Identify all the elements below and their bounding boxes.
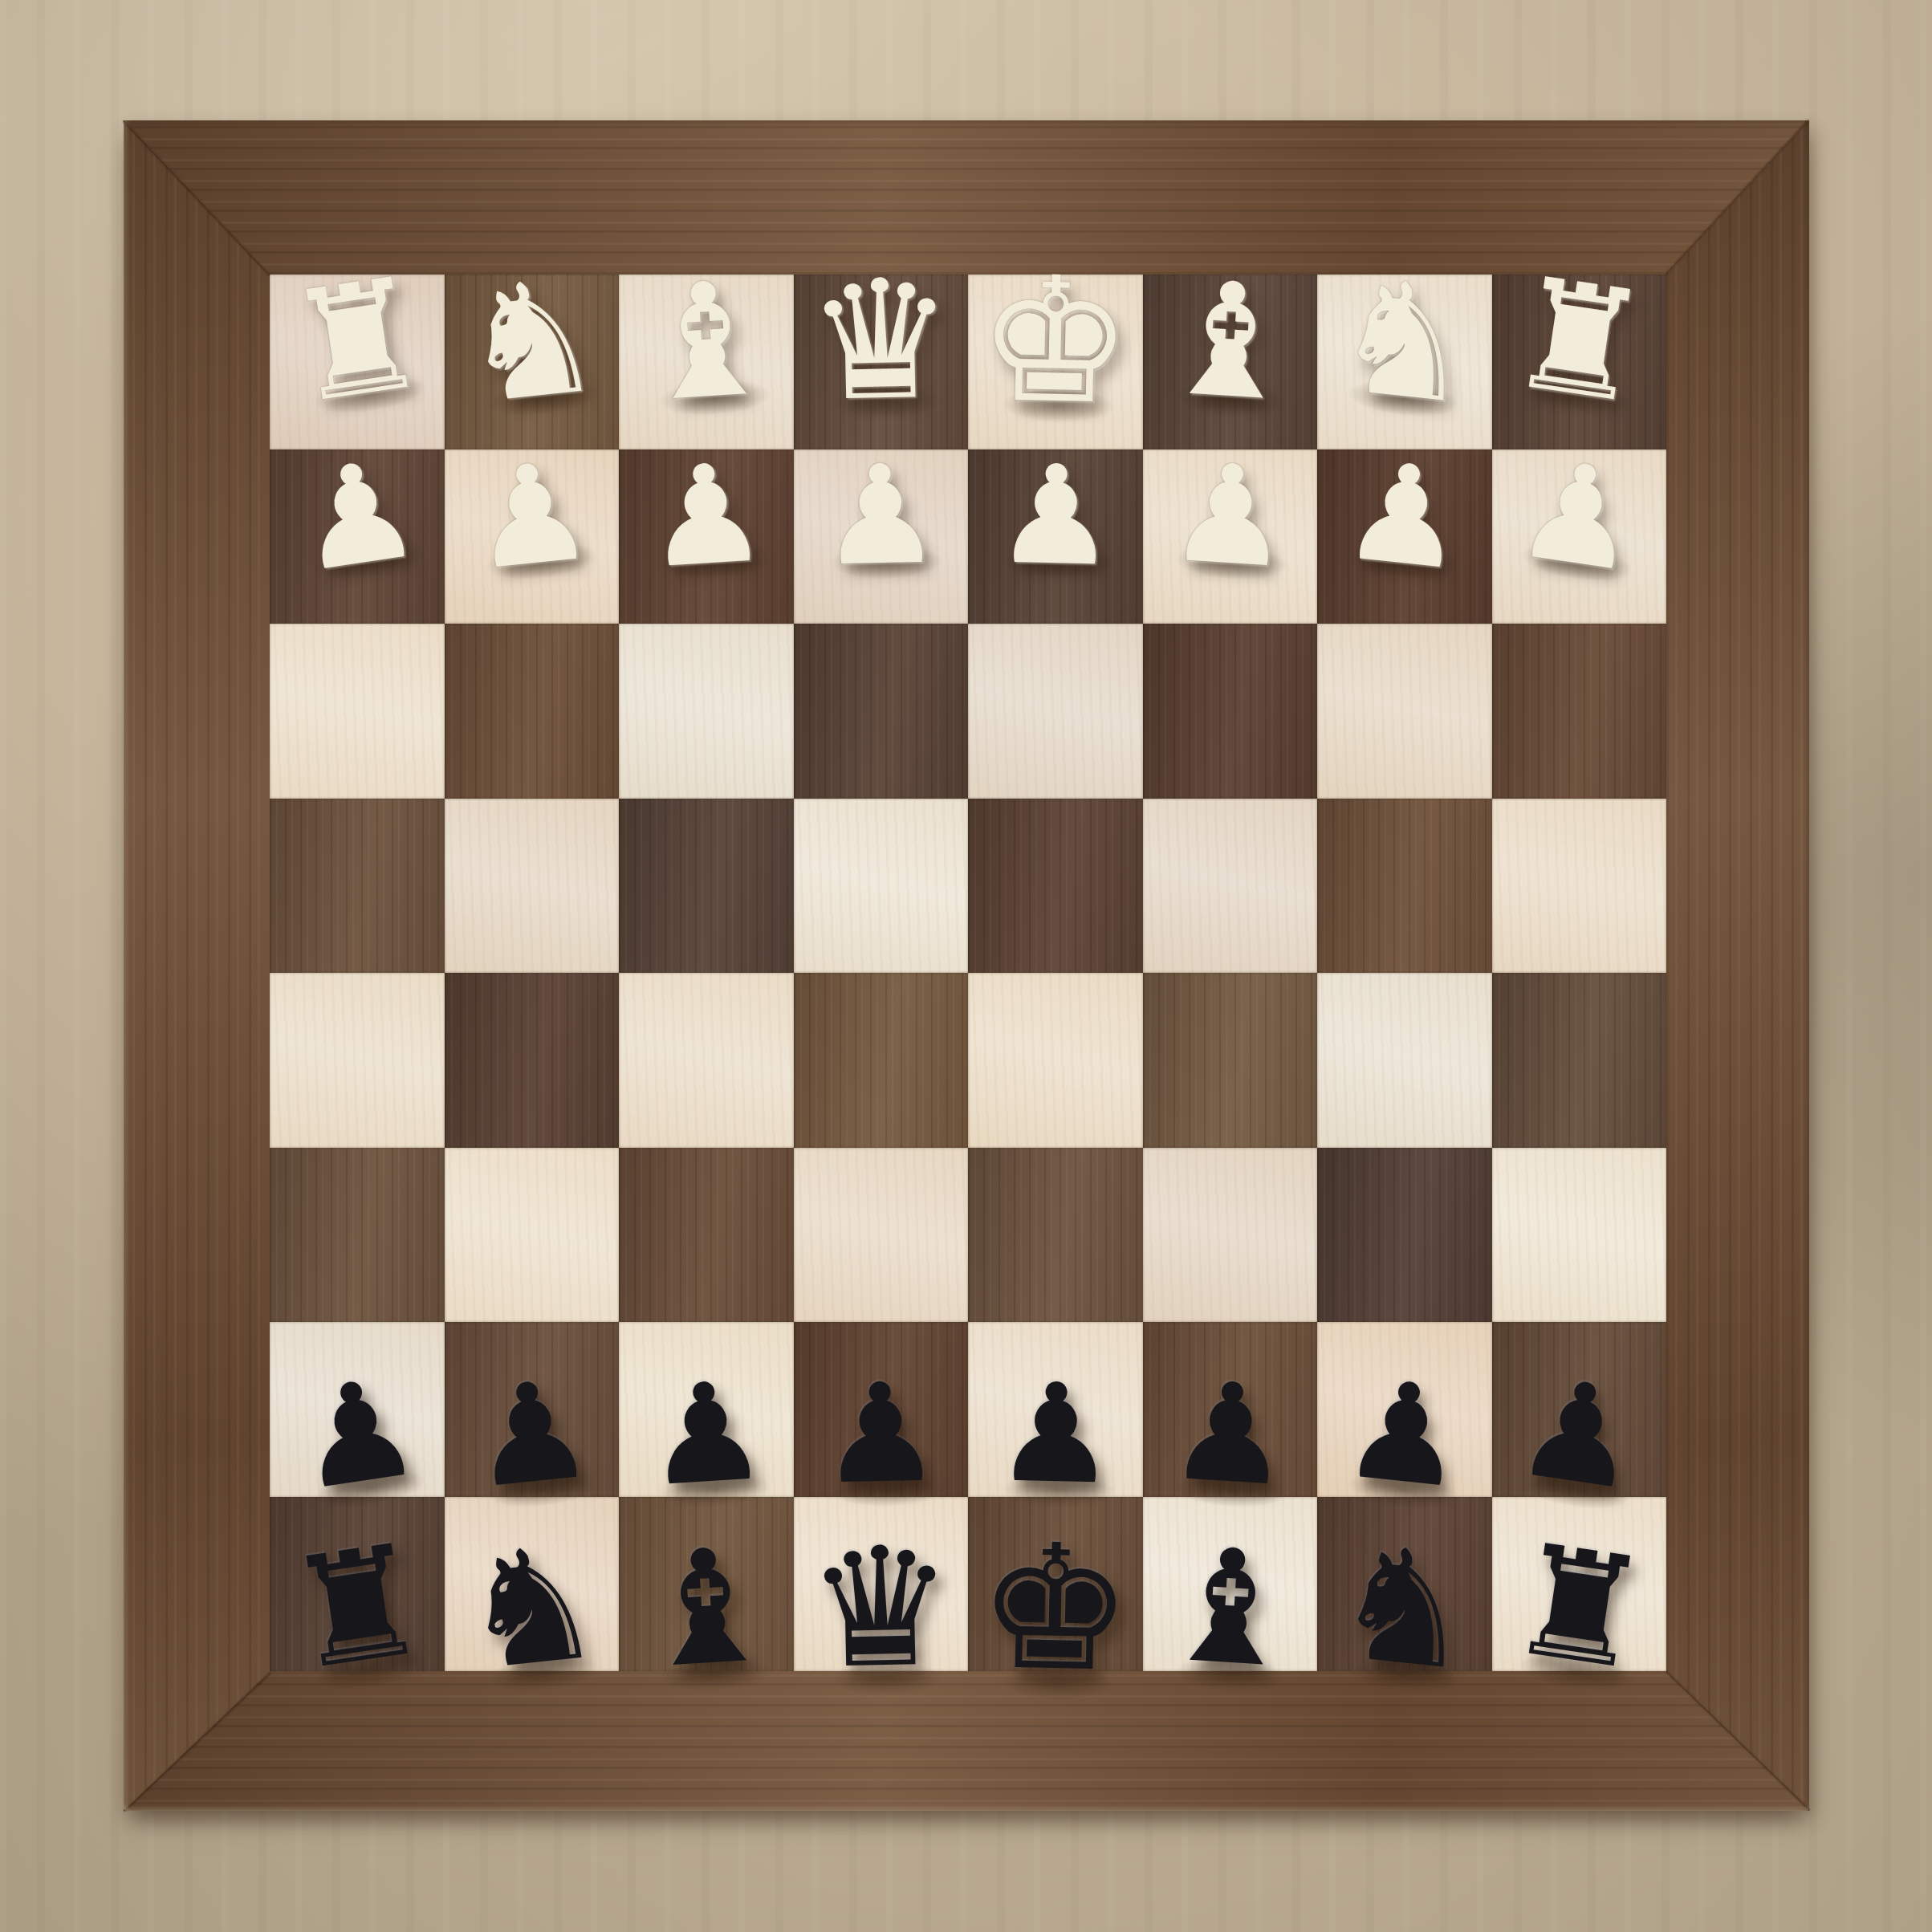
black-pawn[interactable]: ♟ bbox=[1336, 1359, 1472, 1507]
black-bishop[interactable]: ♝ bbox=[631, 1525, 782, 1691]
square-8-2[interactable]: ♞ bbox=[445, 1497, 620, 1672]
black-pawn[interactable]: ♟ bbox=[818, 1364, 943, 1503]
square-8-1[interactable]: ♜ bbox=[270, 1497, 445, 1672]
white-pawn[interactable]: ♟ bbox=[1508, 439, 1649, 592]
black-pawn[interactable]: ♟ bbox=[993, 1364, 1118, 1503]
black-queen[interactable]: ♛ bbox=[805, 1524, 956, 1692]
black-knight[interactable]: ♞ bbox=[454, 1523, 610, 1694]
square-3-8[interactable] bbox=[1492, 624, 1667, 799]
square-4-2[interactable] bbox=[445, 799, 620, 974]
white-pawn[interactable]: ♟ bbox=[1336, 441, 1472, 590]
black-pawn[interactable]: ♟ bbox=[641, 1361, 771, 1505]
square-2-4[interactable]: ♟ bbox=[794, 449, 969, 624]
square-1-6[interactable]: ♝ bbox=[1143, 275, 1318, 449]
square-1-5[interactable]: ♚ bbox=[968, 275, 1143, 449]
square-7-4[interactable]: ♟ bbox=[794, 1322, 969, 1497]
square-3-2[interactable] bbox=[445, 624, 620, 799]
square-2-5[interactable]: ♟ bbox=[968, 449, 1143, 624]
square-6-6[interactable] bbox=[1143, 1148, 1318, 1323]
frame-miter-joint bbox=[1666, 1671, 1811, 1811]
board-frame-right bbox=[1666, 120, 1809, 1811]
white-pawn[interactable]: ♟ bbox=[287, 439, 428, 592]
white-king[interactable]: ♚ bbox=[976, 253, 1134, 429]
square-4-7[interactable] bbox=[1317, 799, 1492, 974]
square-6-4[interactable] bbox=[794, 1148, 969, 1323]
square-7-7[interactable]: ♟ bbox=[1317, 1322, 1492, 1497]
square-8-7[interactable]: ♞ bbox=[1317, 1497, 1492, 1672]
black-pawn[interactable]: ♟ bbox=[1165, 1361, 1295, 1505]
white-pawn[interactable]: ♟ bbox=[818, 446, 943, 585]
square-4-1[interactable] bbox=[270, 799, 445, 974]
white-rook[interactable]: ♜ bbox=[279, 255, 436, 426]
frame-miter-joint bbox=[124, 1673, 271, 1812]
square-6-5[interactable] bbox=[968, 1148, 1143, 1323]
board-grid: ♜♞♝♛♚♝♞♜♟♟♟♟♟♟♟♟♟♟♟♟♟♟♟♟♜♞♝♛♚♝♞♜ bbox=[270, 275, 1666, 1671]
square-8-4[interactable]: ♛ bbox=[794, 1497, 969, 1672]
white-knight[interactable]: ♞ bbox=[454, 255, 610, 426]
square-5-5[interactable] bbox=[968, 973, 1143, 1148]
square-2-7[interactable]: ♟ bbox=[1317, 449, 1492, 624]
square-3-1[interactable] bbox=[270, 624, 445, 799]
square-6-7[interactable] bbox=[1317, 1148, 1492, 1323]
square-3-5[interactable] bbox=[968, 624, 1143, 799]
square-4-3[interactable] bbox=[619, 799, 794, 974]
white-rook[interactable]: ♜ bbox=[1500, 255, 1657, 426]
square-1-3[interactable]: ♝ bbox=[619, 275, 794, 449]
square-7-8[interactable]: ♟ bbox=[1492, 1322, 1667, 1497]
square-7-6[interactable]: ♟ bbox=[1143, 1322, 1318, 1497]
frame-miter-joint bbox=[123, 120, 270, 276]
square-3-4[interactable] bbox=[794, 624, 969, 799]
black-pawn[interactable]: ♟ bbox=[1508, 1357, 1649, 1510]
white-pawn[interactable]: ♟ bbox=[641, 444, 771, 588]
white-queen[interactable]: ♛ bbox=[805, 257, 956, 425]
square-5-7[interactable] bbox=[1317, 973, 1492, 1148]
square-5-1[interactable] bbox=[270, 973, 445, 1148]
square-1-4[interactable]: ♛ bbox=[794, 275, 969, 449]
white-bishop[interactable]: ♝ bbox=[631, 258, 782, 424]
square-1-1[interactable]: ♜ bbox=[270, 275, 445, 449]
square-5-3[interactable] bbox=[619, 973, 794, 1148]
square-6-8[interactable] bbox=[1492, 1148, 1667, 1323]
square-7-1[interactable]: ♟ bbox=[270, 1322, 445, 1497]
square-3-3[interactable] bbox=[619, 624, 794, 799]
square-4-6[interactable] bbox=[1143, 799, 1318, 974]
square-2-2[interactable]: ♟ bbox=[445, 449, 620, 624]
square-1-7[interactable]: ♞ bbox=[1317, 275, 1492, 449]
square-2-1[interactable]: ♟ bbox=[270, 449, 445, 624]
square-8-8[interactable]: ♜ bbox=[1492, 1497, 1667, 1672]
square-3-7[interactable] bbox=[1317, 624, 1492, 799]
square-2-8[interactable]: ♟ bbox=[1492, 449, 1667, 624]
square-1-8[interactable]: ♜ bbox=[1492, 275, 1667, 449]
black-pawn[interactable]: ♟ bbox=[287, 1357, 428, 1510]
square-8-5[interactable]: ♚ bbox=[968, 1497, 1143, 1672]
white-bishop[interactable]: ♝ bbox=[1154, 258, 1305, 424]
square-6-2[interactable] bbox=[445, 1148, 620, 1323]
square-8-6[interactable]: ♝ bbox=[1143, 1497, 1318, 1672]
white-pawn[interactable]: ♟ bbox=[1165, 444, 1295, 588]
chess-board: ♜♞♝♛♚♝♞♜♟♟♟♟♟♟♟♟♟♟♟♟♟♟♟♟♜♞♝♛♚♝♞♜ bbox=[124, 120, 1809, 1811]
square-4-4[interactable] bbox=[794, 799, 969, 974]
board-frame-left bbox=[124, 120, 270, 1811]
square-5-6[interactable] bbox=[1143, 973, 1318, 1148]
white-pawn[interactable]: ♟ bbox=[993, 446, 1118, 585]
black-knight[interactable]: ♞ bbox=[1326, 1523, 1483, 1694]
square-2-3[interactable]: ♟ bbox=[619, 449, 794, 624]
white-pawn[interactable]: ♟ bbox=[464, 441, 600, 590]
square-2-6[interactable]: ♟ bbox=[1143, 449, 1318, 624]
cardboard-background: ♜♞♝♛♚♝♞♜♟♟♟♟♟♟♟♟♟♟♟♟♟♟♟♟♜♞♝♛♚♝♞♜ bbox=[0, 0, 1932, 1932]
square-3-6[interactable] bbox=[1143, 624, 1318, 799]
square-7-5[interactable]: ♟ bbox=[968, 1322, 1143, 1497]
square-5-2[interactable] bbox=[445, 973, 620, 1148]
square-7-2[interactable]: ♟ bbox=[445, 1322, 620, 1497]
square-5-8[interactable] bbox=[1492, 973, 1667, 1148]
black-king[interactable]: ♚ bbox=[976, 1520, 1134, 1696]
square-4-5[interactable] bbox=[968, 799, 1143, 974]
black-bishop[interactable]: ♝ bbox=[1154, 1525, 1305, 1691]
square-4-8[interactable] bbox=[1492, 799, 1667, 974]
square-6-3[interactable] bbox=[619, 1148, 794, 1323]
square-6-1[interactable] bbox=[270, 1148, 445, 1323]
black-rook[interactable]: ♜ bbox=[1500, 1523, 1657, 1694]
square-7-3[interactable]: ♟ bbox=[619, 1322, 794, 1497]
black-pawn[interactable]: ♟ bbox=[464, 1359, 600, 1507]
white-knight[interactable]: ♞ bbox=[1326, 255, 1483, 426]
frame-miter-joint bbox=[1666, 120, 1809, 275]
square-8-3[interactable]: ♝ bbox=[619, 1497, 794, 1672]
black-rook[interactable]: ♜ bbox=[279, 1523, 436, 1694]
square-5-4[interactable] bbox=[794, 973, 969, 1148]
square-1-2[interactable]: ♞ bbox=[445, 275, 620, 449]
